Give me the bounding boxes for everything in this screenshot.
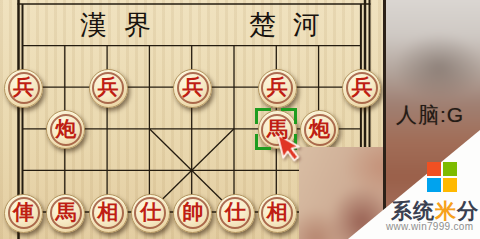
site-name-fen: 分 [457,199,479,222]
river-label-chu: 楚河 [249,7,337,43]
windows-logo-icon [427,162,457,192]
piece-兵-f1r7[interactable]: 兵 [4,69,43,108]
site-name-mi: 米 [435,199,457,222]
piece-帥-f5r10[interactable]: 帥 [173,194,212,233]
panel-separator [383,0,386,210]
human-brain-label: 人脑:G [396,101,480,129]
watermark-url: www.win7999.com [386,221,480,232]
river-label-han: 漢界 [80,7,168,43]
piece-俥-f1r10[interactable]: 俥 [4,194,43,233]
piece-兵-f9r7[interactable]: 兵 [342,69,381,108]
screenshot-root: 漢界 楚河 兵兵兵兵兵炮馬炮俥馬相仕帥仕相 人脑:G 系统米分 www.win7… [0,0,480,239]
piece-馬-f2r10[interactable]: 馬 [46,194,85,233]
piece-相-f3r10[interactable]: 相 [89,194,128,233]
piece-兵-f3r7[interactable]: 兵 [89,69,128,108]
piece-兵-f7r7[interactable]: 兵 [258,69,297,108]
piece-仕-f6r10[interactable]: 仕 [216,194,255,233]
piece-相-f7r10[interactable]: 相 [258,194,297,233]
piece-兵-f5r7[interactable]: 兵 [173,69,212,108]
piece-仕-f4r10[interactable]: 仕 [131,194,170,233]
site-name-prefix: 系统 [391,199,435,222]
